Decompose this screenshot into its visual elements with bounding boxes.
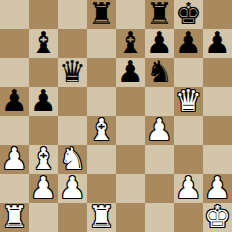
- square-a3[interactable]: ♟: [0, 145, 29, 174]
- piece-white-king-h1[interactable]: ♚: [204, 202, 231, 232]
- square-b2[interactable]: ♟: [29, 174, 58, 203]
- square-g2[interactable]: ♟: [174, 174, 203, 203]
- square-d7[interactable]: [87, 29, 116, 58]
- square-a7[interactable]: [0, 29, 29, 58]
- piece-white-queen-g5[interactable]: ♛: [175, 86, 202, 116]
- square-f6[interactable]: ♞: [145, 58, 174, 87]
- square-g5[interactable]: ♛: [174, 87, 203, 116]
- square-e4[interactable]: [116, 116, 145, 145]
- piece-black-pawn-a5[interactable]: ♟: [1, 86, 28, 116]
- piece-black-pawn-e6[interactable]: ♟: [117, 57, 144, 87]
- piece-white-pawn-g2[interactable]: ♟: [175, 173, 202, 203]
- square-e6[interactable]: ♟: [116, 58, 145, 87]
- chess-board: ♜♜♚♝♝♟♟♟♛♟♞♟♟♛♝♟♟♝♞♟♟♟♟♜♜♚: [0, 0, 232, 232]
- piece-black-pawn-b5[interactable]: ♟: [30, 86, 57, 116]
- piece-black-knight-f6[interactable]: ♞: [146, 57, 173, 87]
- piece-black-queen-c6[interactable]: ♛: [59, 57, 86, 87]
- piece-black-pawn-h7[interactable]: ♟: [204, 28, 231, 58]
- square-d6[interactable]: [87, 58, 116, 87]
- square-c5[interactable]: [58, 87, 87, 116]
- square-c1[interactable]: [58, 203, 87, 232]
- square-a5[interactable]: ♟: [0, 87, 29, 116]
- piece-black-pawn-g7[interactable]: ♟: [175, 28, 202, 58]
- square-f4[interactable]: ♟: [145, 116, 174, 145]
- square-e3[interactable]: [116, 145, 145, 174]
- square-a1[interactable]: ♜: [0, 203, 29, 232]
- square-c6[interactable]: ♛: [58, 58, 87, 87]
- square-g7[interactable]: ♟: [174, 29, 203, 58]
- piece-white-pawn-f4[interactable]: ♟: [146, 115, 173, 145]
- square-g4[interactable]: [174, 116, 203, 145]
- square-e2[interactable]: [116, 174, 145, 203]
- square-g1[interactable]: [174, 203, 203, 232]
- square-d4[interactable]: ♝: [87, 116, 116, 145]
- piece-white-pawn-b2[interactable]: ♟: [30, 173, 57, 203]
- square-e1[interactable]: [116, 203, 145, 232]
- square-c2[interactable]: ♟: [58, 174, 87, 203]
- square-b7[interactable]: ♝: [29, 29, 58, 58]
- square-b5[interactable]: ♟: [29, 87, 58, 116]
- piece-white-bishop-d4[interactable]: ♝: [88, 115, 115, 145]
- square-e5[interactable]: [116, 87, 145, 116]
- square-b1[interactable]: [29, 203, 58, 232]
- piece-white-rook-d1[interactable]: ♜: [88, 202, 115, 232]
- piece-black-rook-d8[interactable]: ♜: [88, 0, 115, 29]
- square-a8[interactable]: [0, 0, 29, 29]
- square-h1[interactable]: ♚: [203, 203, 232, 232]
- square-c8[interactable]: [58, 0, 87, 29]
- piece-white-rook-a1[interactable]: ♜: [1, 202, 28, 232]
- piece-white-pawn-a3[interactable]: ♟: [1, 144, 28, 174]
- piece-black-bishop-b7[interactable]: ♝: [30, 28, 57, 58]
- piece-white-pawn-c2[interactable]: ♟: [59, 173, 86, 203]
- square-h6[interactable]: [203, 58, 232, 87]
- square-h4[interactable]: [203, 116, 232, 145]
- square-d8[interactable]: ♜: [87, 0, 116, 29]
- square-d1[interactable]: ♜: [87, 203, 116, 232]
- square-h7[interactable]: ♟: [203, 29, 232, 58]
- square-d3[interactable]: [87, 145, 116, 174]
- square-f1[interactable]: [145, 203, 174, 232]
- square-h5[interactable]: [203, 87, 232, 116]
- square-f3[interactable]: [145, 145, 174, 174]
- square-f2[interactable]: [145, 174, 174, 203]
